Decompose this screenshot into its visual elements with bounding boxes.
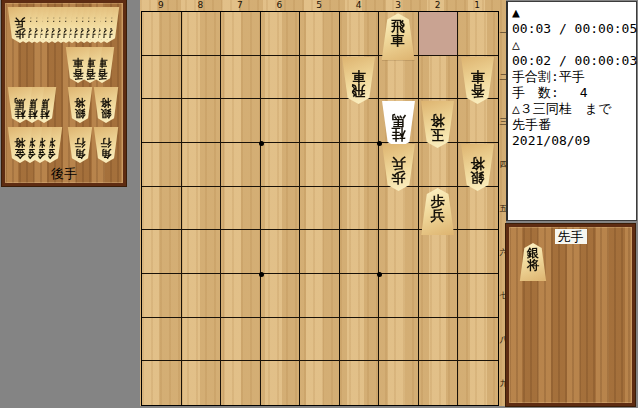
board-square-6-8[interactable] [261, 318, 301, 362]
board-square-2-2[interactable] [419, 56, 459, 100]
board-square-4-9[interactable] [340, 361, 380, 405]
board-square-5-8[interactable] [300, 318, 340, 362]
board-square-6-4[interactable] [261, 143, 301, 187]
board-square-4-6[interactable] [340, 230, 380, 274]
board-square-9-1[interactable] [142, 12, 182, 56]
board-square-5-1[interactable] [300, 12, 340, 56]
date-line: 2021/08/09 [512, 133, 636, 149]
board-square-6-5[interactable] [261, 187, 301, 231]
board-square-1-7[interactable] [458, 274, 498, 318]
board-square-1-8[interactable] [458, 318, 498, 362]
file-label-9: 9 [141, 0, 181, 10]
board-square-7-6[interactable] [221, 230, 261, 274]
board-square-8-8[interactable] [182, 318, 222, 362]
board-square-2-7[interactable] [419, 274, 459, 318]
board-square-8-6[interactable] [182, 230, 222, 274]
board-square-7-2[interactable] [221, 56, 261, 100]
star-point [259, 141, 264, 146]
board-square-3-9[interactable] [379, 361, 419, 405]
file-label-3: 3 [378, 0, 418, 10]
board-square-1-9[interactable] [458, 361, 498, 405]
board-square-7-7[interactable] [221, 274, 261, 318]
board-square-9-4[interactable] [142, 143, 182, 187]
handicap-line: 手合割:平手 [512, 69, 636, 85]
board-square-7-5[interactable] [221, 187, 261, 231]
board-square-2-4[interactable] [419, 143, 459, 187]
board-square-6-1[interactable] [261, 12, 301, 56]
move-count-line: 手 数: 4 [512, 85, 636, 101]
board-square-5-7[interactable] [300, 274, 340, 318]
board-square-7-4[interactable] [221, 143, 261, 187]
board-square-9-9[interactable] [142, 361, 182, 405]
file-label-6: 6 [260, 0, 300, 10]
board-square-4-7[interactable] [340, 274, 380, 318]
board-square-2-8[interactable] [419, 318, 459, 362]
file-label-8: 8 [181, 0, 221, 10]
board-square-9-5[interactable] [142, 187, 182, 231]
gote-tray-label: 後手 [5, 166, 123, 181]
file-label-1: 1 [457, 0, 497, 10]
board-square-6-9[interactable] [261, 361, 301, 405]
board-square-1-1[interactable] [458, 12, 498, 56]
board-square-5-4[interactable] [300, 143, 340, 187]
board-square-3-7[interactable] [379, 274, 419, 318]
board-square-2-1[interactable] [419, 12, 459, 56]
board-square-8-5[interactable] [182, 187, 222, 231]
board-square-8-4[interactable] [182, 143, 222, 187]
board-square-9-6[interactable] [142, 230, 182, 274]
board-square-1-3[interactable] [458, 99, 498, 143]
board-square-4-5[interactable] [340, 187, 380, 231]
board-square-6-6[interactable] [261, 230, 301, 274]
board-square-3-8[interactable] [379, 318, 419, 362]
shogi-board: 987654321一二三四五六七八九飛車飛車香車桂馬玉将歩兵銀将歩兵 [140, 0, 506, 406]
sente-hand-tray: 先手 銀将 [506, 224, 635, 406]
board-square-6-3[interactable] [261, 99, 301, 143]
board-square-3-6[interactable] [379, 230, 419, 274]
board-square-4-8[interactable] [340, 318, 380, 362]
board-square-6-7[interactable] [261, 274, 301, 318]
sente-mark: ▲ [512, 5, 636, 21]
file-label-2: 2 [418, 0, 458, 10]
board-square-7-9[interactable] [221, 361, 261, 405]
board-square-8-7[interactable] [182, 274, 222, 318]
gote-mark: △ [512, 37, 636, 53]
board-square-3-2[interactable] [379, 56, 419, 100]
file-label-7: 7 [220, 0, 260, 10]
gote-hand-tray: 後手 歩兵歩兵歩兵歩兵歩兵歩兵歩兵歩兵歩兵歩兵歩兵歩兵歩兵歩兵歩兵歩兵香車香車香… [2, 0, 126, 186]
board-square-8-3[interactable] [182, 99, 222, 143]
board-square-4-4[interactable] [340, 143, 380, 187]
board-square-5-9[interactable] [300, 361, 340, 405]
file-label-5: 5 [299, 0, 339, 10]
board-square-4-1[interactable] [340, 12, 380, 56]
board-square-9-2[interactable] [142, 56, 182, 100]
gote-clock: 00:02 / 00:00:03 [512, 53, 636, 69]
board-square-9-8[interactable] [142, 318, 182, 362]
file-label-4: 4 [339, 0, 379, 10]
turn-line: 先手番 [512, 117, 636, 133]
sente-clock: 00:03 / 00:00:05 [512, 21, 636, 37]
board-square-5-6[interactable] [300, 230, 340, 274]
board-square-2-6[interactable] [419, 230, 459, 274]
board-square-1-6[interactable] [458, 230, 498, 274]
hand-piece-gote-銀将-2[interactable]: 銀将 [93, 87, 119, 123]
sente-tray-label: 先手 [509, 229, 632, 244]
board-square-4-3[interactable] [340, 99, 380, 143]
board-square-2-9[interactable] [419, 361, 459, 405]
hand-piece-gote-角行-2[interactable]: 角行 [93, 127, 119, 163]
board-square-9-7[interactable] [142, 274, 182, 318]
board-square-8-9[interactable] [182, 361, 222, 405]
hand-piece-gote-銀将-1[interactable]: 銀将 [67, 87, 93, 123]
board-square-6-2[interactable] [261, 56, 301, 100]
hand-piece-gote-角行-1[interactable]: 角行 [67, 127, 93, 163]
hand-piece-sente-銀将-1[interactable]: 銀将 [519, 243, 547, 281]
board-square-7-3[interactable] [221, 99, 261, 143]
board-square-3-5[interactable] [379, 187, 419, 231]
board-square-5-5[interactable] [300, 187, 340, 231]
board-square-5-3[interactable] [300, 99, 340, 143]
board-square-1-5[interactable] [458, 187, 498, 231]
last-move-line: △３三同桂 まで [512, 101, 636, 117]
board-square-7-8[interactable] [221, 318, 261, 362]
board-square-5-2[interactable] [300, 56, 340, 100]
board-square-7-1[interactable] [221, 12, 261, 56]
star-point [259, 272, 264, 277]
info-panel: ▲ 00:03 / 00:00:05 △ 00:02 / 00:00:03 手合… [506, 1, 637, 221]
board-square-8-1[interactable] [182, 12, 222, 56]
board-square-8-2[interactable] [182, 56, 222, 100]
board-square-9-3[interactable] [142, 99, 182, 143]
sente-tray-label-text: 先手 [555, 229, 587, 244]
